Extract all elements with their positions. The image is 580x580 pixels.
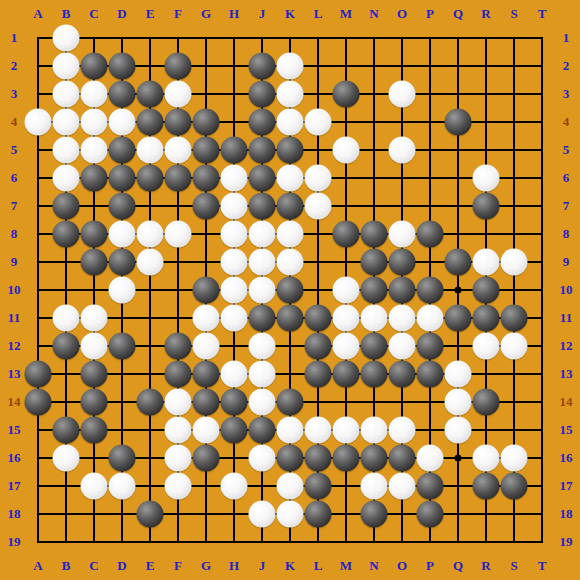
row-label-right-5: 5 [563, 142, 570, 158]
black-stone-D3 [109, 81, 136, 108]
white-stone-S12 [501, 333, 528, 360]
col-label-bottom-J: J [259, 558, 266, 574]
row-label-right-16: 16 [560, 450, 573, 466]
black-stone-P17 [417, 473, 444, 500]
black-stone-J3 [249, 81, 276, 108]
black-stone-H5 [221, 137, 248, 164]
black-stone-K16 [277, 445, 304, 472]
black-stone-P12 [417, 333, 444, 360]
white-stone-F17 [165, 473, 192, 500]
col-label-top-G: G [201, 6, 211, 22]
row-label-left-16: 16 [8, 450, 21, 466]
white-stone-F15 [165, 417, 192, 444]
white-stone-M11 [333, 305, 360, 332]
white-stone-F5 [165, 137, 192, 164]
white-stone-E5 [137, 137, 164, 164]
black-stone-L12 [305, 333, 332, 360]
white-stone-M12 [333, 333, 360, 360]
white-stone-J12 [249, 333, 276, 360]
row-label-left-6: 6 [11, 170, 18, 186]
black-stone-Q11 [445, 305, 472, 332]
black-stone-G10 [193, 277, 220, 304]
white-stone-O17 [389, 473, 416, 500]
black-stone-C8 [81, 221, 108, 248]
black-stone-N8 [361, 221, 388, 248]
black-stone-O16 [389, 445, 416, 472]
black-stone-E14 [137, 389, 164, 416]
white-stone-H6 [221, 165, 248, 192]
col-label-bottom-T: T [538, 558, 547, 574]
col-label-bottom-A: A [33, 558, 42, 574]
black-stone-B8 [53, 221, 80, 248]
row-label-right-6: 6 [563, 170, 570, 186]
white-stone-C11 [81, 305, 108, 332]
hoshi-point-Q16 [455, 455, 462, 462]
row-label-right-18: 18 [560, 506, 573, 522]
black-stone-H15 [221, 417, 248, 444]
white-stone-B11 [53, 305, 80, 332]
white-stone-R16 [473, 445, 500, 472]
black-stone-F13 [165, 361, 192, 388]
col-label-top-L: L [314, 6, 323, 22]
row-label-right-10: 10 [560, 282, 573, 298]
white-stone-G11 [193, 305, 220, 332]
col-label-top-P: P [426, 6, 434, 22]
row-label-left-15: 15 [8, 422, 21, 438]
row-label-right-9: 9 [563, 254, 570, 270]
white-stone-O3 [389, 81, 416, 108]
white-stone-F3 [165, 81, 192, 108]
black-stone-F2 [165, 53, 192, 80]
white-stone-P11 [417, 305, 444, 332]
black-stone-B15 [53, 417, 80, 444]
white-stone-O11 [389, 305, 416, 332]
row-label-left-11: 11 [8, 310, 20, 326]
white-stone-B3 [53, 81, 80, 108]
black-stone-K5 [277, 137, 304, 164]
white-stone-J8 [249, 221, 276, 248]
black-stone-J6 [249, 165, 276, 192]
black-stone-N12 [361, 333, 388, 360]
col-label-top-Q: Q [453, 6, 463, 22]
black-stone-R7 [473, 193, 500, 220]
col-label-top-T: T [538, 6, 547, 22]
white-stone-O8 [389, 221, 416, 248]
col-label-bottom-C: C [89, 558, 98, 574]
black-stone-K7 [277, 193, 304, 220]
col-label-bottom-D: D [117, 558, 126, 574]
black-stone-Q9 [445, 249, 472, 276]
col-label-top-E: E [146, 6, 155, 22]
row-label-left-18: 18 [8, 506, 21, 522]
white-stone-M5 [333, 137, 360, 164]
black-stone-L13 [305, 361, 332, 388]
white-stone-B16 [53, 445, 80, 472]
white-stone-Q13 [445, 361, 472, 388]
black-stone-A13 [25, 361, 52, 388]
white-stone-R12 [473, 333, 500, 360]
white-stone-R6 [473, 165, 500, 192]
white-stone-O15 [389, 417, 416, 444]
white-stone-J13 [249, 361, 276, 388]
black-stone-M3 [333, 81, 360, 108]
white-stone-F16 [165, 445, 192, 472]
black-stone-P8 [417, 221, 444, 248]
black-stone-C15 [81, 417, 108, 444]
black-stone-D7 [109, 193, 136, 220]
black-stone-C9 [81, 249, 108, 276]
col-label-top-O: O [397, 6, 407, 22]
row-label-right-13: 13 [560, 366, 573, 382]
col-label-bottom-L: L [314, 558, 323, 574]
row-label-right-14: 14 [560, 394, 573, 410]
white-stone-J10 [249, 277, 276, 304]
col-label-top-B: B [62, 6, 71, 22]
black-stone-K11 [277, 305, 304, 332]
col-label-top-C: C [89, 6, 98, 22]
white-stone-H10 [221, 277, 248, 304]
white-stone-L15 [305, 417, 332, 444]
black-stone-E3 [137, 81, 164, 108]
black-stone-O9 [389, 249, 416, 276]
white-stone-C3 [81, 81, 108, 108]
row-label-right-12: 12 [560, 338, 573, 354]
white-stone-M10 [333, 277, 360, 304]
col-label-bottom-P: P [426, 558, 434, 574]
col-label-bottom-O: O [397, 558, 407, 574]
black-stone-M13 [333, 361, 360, 388]
row-label-left-3: 3 [11, 86, 18, 102]
black-stone-D9 [109, 249, 136, 276]
black-stone-L17 [305, 473, 332, 500]
black-stone-S17 [501, 473, 528, 500]
col-label-top-S: S [510, 6, 517, 22]
white-stone-D4 [109, 109, 136, 136]
white-stone-H9 [221, 249, 248, 276]
row-label-left-13: 13 [8, 366, 21, 382]
row-label-left-5: 5 [11, 142, 18, 158]
black-stone-B7 [53, 193, 80, 220]
row-label-left-12: 12 [8, 338, 21, 354]
white-stone-B4 [53, 109, 80, 136]
col-label-top-R: R [481, 6, 490, 22]
black-stone-F4 [165, 109, 192, 136]
white-stone-C17 [81, 473, 108, 500]
black-stone-R10 [473, 277, 500, 304]
black-stone-O13 [389, 361, 416, 388]
black-stone-M8 [333, 221, 360, 248]
row-label-right-11: 11 [560, 310, 572, 326]
white-stone-C5 [81, 137, 108, 164]
black-stone-H14 [221, 389, 248, 416]
row-label-left-9: 9 [11, 254, 18, 270]
white-stone-J16 [249, 445, 276, 472]
white-stone-Q15 [445, 417, 472, 444]
col-label-top-D: D [117, 6, 126, 22]
row-label-right-3: 3 [563, 86, 570, 102]
row-label-left-1: 1 [11, 30, 18, 46]
black-stone-B12 [53, 333, 80, 360]
black-stone-N10 [361, 277, 388, 304]
col-label-bottom-F: F [174, 558, 182, 574]
col-label-bottom-K: K [285, 558, 295, 574]
row-label-right-1: 1 [563, 30, 570, 46]
col-label-top-F: F [174, 6, 182, 22]
col-label-top-A: A [33, 6, 42, 22]
black-stone-M16 [333, 445, 360, 472]
white-stone-C12 [81, 333, 108, 360]
black-stone-F6 [165, 165, 192, 192]
black-stone-L18 [305, 501, 332, 528]
row-label-left-17: 17 [8, 478, 21, 494]
black-stone-E6 [137, 165, 164, 192]
white-stone-A4 [25, 109, 52, 136]
white-stone-G15 [193, 417, 220, 444]
row-label-right-15: 15 [560, 422, 573, 438]
black-stone-C13 [81, 361, 108, 388]
white-stone-J9 [249, 249, 276, 276]
white-stone-O12 [389, 333, 416, 360]
black-stone-G16 [193, 445, 220, 472]
white-stone-M15 [333, 417, 360, 444]
go-board-screen: AABBCCDDEEFFGGHHJJKKLLMMNNOOPPQQRRSSTT11… [0, 0, 580, 580]
black-stone-R14 [473, 389, 500, 416]
white-stone-E8 [137, 221, 164, 248]
white-stone-H13 [221, 361, 248, 388]
white-stone-J18 [249, 501, 276, 528]
black-stone-J7 [249, 193, 276, 220]
row-label-left-10: 10 [8, 282, 21, 298]
hoshi-point-Q10 [455, 287, 462, 294]
white-stone-D8 [109, 221, 136, 248]
black-stone-J2 [249, 53, 276, 80]
black-stone-K14 [277, 389, 304, 416]
grid-line-horizontal [37, 541, 543, 543]
col-label-bottom-N: N [369, 558, 378, 574]
black-stone-E18 [137, 501, 164, 528]
black-stone-R11 [473, 305, 500, 332]
white-stone-D10 [109, 277, 136, 304]
black-stone-N9 [361, 249, 388, 276]
col-label-top-M: M [340, 6, 352, 22]
grid-line-vertical [541, 37, 543, 543]
col-label-bottom-M: M [340, 558, 352, 574]
white-stone-K18 [277, 501, 304, 528]
white-stone-H11 [221, 305, 248, 332]
row-label-right-17: 17 [560, 478, 573, 494]
white-stone-B1 [53, 25, 80, 52]
black-stone-O10 [389, 277, 416, 304]
black-stone-G13 [193, 361, 220, 388]
white-stone-P16 [417, 445, 444, 472]
row-label-left-4: 4 [11, 114, 18, 130]
black-stone-A14 [25, 389, 52, 416]
row-label-right-19: 19 [560, 534, 573, 550]
black-stone-C6 [81, 165, 108, 192]
col-label-bottom-H: H [229, 558, 239, 574]
white-stone-F8 [165, 221, 192, 248]
white-stone-K4 [277, 109, 304, 136]
white-stone-S9 [501, 249, 528, 276]
white-stone-L6 [305, 165, 332, 192]
black-stone-P18 [417, 501, 444, 528]
white-stone-S16 [501, 445, 528, 472]
black-stone-F12 [165, 333, 192, 360]
white-stone-L4 [305, 109, 332, 136]
row-label-left-19: 19 [8, 534, 21, 550]
black-stone-J15 [249, 417, 276, 444]
col-label-top-N: N [369, 6, 378, 22]
row-label-right-4: 4 [563, 114, 570, 130]
row-label-right-8: 8 [563, 226, 570, 242]
black-stone-D2 [109, 53, 136, 80]
black-stone-J5 [249, 137, 276, 164]
col-label-top-K: K [285, 6, 295, 22]
white-stone-K17 [277, 473, 304, 500]
black-stone-Q4 [445, 109, 472, 136]
col-label-bottom-R: R [481, 558, 490, 574]
white-stone-E9 [137, 249, 164, 276]
black-stone-P10 [417, 277, 444, 304]
white-stone-N11 [361, 305, 388, 332]
col-label-top-H: H [229, 6, 239, 22]
black-stone-G5 [193, 137, 220, 164]
black-stone-D5 [109, 137, 136, 164]
go-board[interactable]: AABBCCDDEEFFGGHHJJKKLLMMNNOOPPQQRRSSTT11… [0, 0, 580, 580]
col-label-bottom-E: E [146, 558, 155, 574]
white-stone-K3 [277, 81, 304, 108]
black-stone-D12 [109, 333, 136, 360]
white-stone-H17 [221, 473, 248, 500]
white-stone-G12 [193, 333, 220, 360]
black-stone-C2 [81, 53, 108, 80]
black-stone-P13 [417, 361, 444, 388]
black-stone-J11 [249, 305, 276, 332]
row-label-left-8: 8 [11, 226, 18, 242]
white-stone-Q14 [445, 389, 472, 416]
black-stone-D6 [109, 165, 136, 192]
row-label-right-2: 2 [563, 58, 570, 74]
black-stone-G7 [193, 193, 220, 220]
white-stone-K2 [277, 53, 304, 80]
white-stone-L7 [305, 193, 332, 220]
black-stone-S11 [501, 305, 528, 332]
row-label-right-7: 7 [563, 198, 570, 214]
black-stone-L16 [305, 445, 332, 472]
black-stone-D16 [109, 445, 136, 472]
col-label-bottom-G: G [201, 558, 211, 574]
white-stone-D17 [109, 473, 136, 500]
white-stone-H7 [221, 193, 248, 220]
white-stone-O5 [389, 137, 416, 164]
white-stone-F14 [165, 389, 192, 416]
black-stone-G14 [193, 389, 220, 416]
black-stone-C14 [81, 389, 108, 416]
black-stone-K10 [277, 277, 304, 304]
white-stone-K15 [277, 417, 304, 444]
white-stone-H8 [221, 221, 248, 248]
black-stone-N13 [361, 361, 388, 388]
black-stone-R17 [473, 473, 500, 500]
row-label-left-2: 2 [11, 58, 18, 74]
col-label-bottom-B: B [62, 558, 71, 574]
white-stone-N15 [361, 417, 388, 444]
row-label-left-7: 7 [11, 198, 18, 214]
white-stone-B6 [53, 165, 80, 192]
white-stone-C4 [81, 109, 108, 136]
black-stone-J4 [249, 109, 276, 136]
col-label-bottom-S: S [510, 558, 517, 574]
white-stone-R9 [473, 249, 500, 276]
black-stone-G4 [193, 109, 220, 136]
row-label-left-14: 14 [8, 394, 21, 410]
white-stone-B2 [53, 53, 80, 80]
col-label-bottom-Q: Q [453, 558, 463, 574]
white-stone-K8 [277, 221, 304, 248]
white-stone-B5 [53, 137, 80, 164]
black-stone-L11 [305, 305, 332, 332]
black-stone-N18 [361, 501, 388, 528]
black-stone-G6 [193, 165, 220, 192]
black-stone-E4 [137, 109, 164, 136]
white-stone-N17 [361, 473, 388, 500]
black-stone-N16 [361, 445, 388, 472]
col-label-top-J: J [259, 6, 266, 22]
white-stone-K6 [277, 165, 304, 192]
white-stone-J14 [249, 389, 276, 416]
white-stone-K9 [277, 249, 304, 276]
